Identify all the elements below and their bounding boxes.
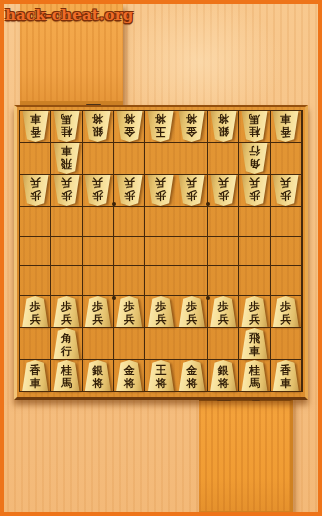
board-cell[interactable] [51, 207, 82, 237]
board-cell[interactable] [177, 237, 208, 267]
board-cell[interactable]: 歩兵 [51, 296, 82, 328]
board-cell[interactable]: 歩兵 [208, 175, 239, 207]
piece-gold-general[interactable]: 金将 [116, 111, 143, 142]
board-cell[interactable] [271, 143, 302, 175]
board-cell[interactable]: 歩兵 [145, 175, 176, 207]
board-cell[interactable]: 金将 [177, 111, 208, 143]
piece-pawn[interactable]: 歩兵 [53, 175, 80, 206]
piece-rook[interactable]: 飛車 [53, 143, 80, 174]
board-cell[interactable] [271, 237, 302, 267]
piece-silver-general[interactable]: 銀将 [210, 111, 237, 142]
board-cell[interactable]: 香車 [20, 360, 51, 391]
piece-knight[interactable]: 桂馬 [53, 360, 80, 391]
board-cell[interactable]: 香車 [20, 111, 51, 143]
piece-silver-general[interactable]: 銀将 [84, 111, 111, 142]
board-cell[interactable]: 歩兵 [177, 175, 208, 207]
board-cell[interactable] [20, 237, 51, 267]
board-cell[interactable] [20, 266, 51, 296]
board-cell[interactable]: 玉将 [145, 111, 176, 143]
board-cell[interactable] [145, 266, 176, 296]
board-cell[interactable]: 飛車 [239, 328, 270, 360]
board-cell[interactable]: 桂馬 [51, 360, 82, 391]
board-cell[interactable]: 歩兵 [114, 296, 145, 328]
piece-pawn[interactable]: 歩兵 [84, 175, 111, 206]
board-cell[interactable] [145, 207, 176, 237]
board-cell[interactable]: 王将 [145, 360, 176, 391]
board-cell[interactable]: 香車 [271, 360, 302, 391]
board-cell[interactable]: 歩兵 [20, 175, 51, 207]
piece-lance[interactable]: 香車 [272, 360, 299, 391]
piece-pawn[interactable]: 歩兵 [210, 175, 237, 206]
board-cell[interactable]: 金将 [114, 111, 145, 143]
board-cell[interactable]: 歩兵 [145, 296, 176, 328]
board-cell[interactable]: 角行 [239, 143, 270, 175]
board-cell[interactable]: 歩兵 [177, 296, 208, 328]
board-cell[interactable] [114, 328, 145, 360]
piece-bishop[interactable]: 角行 [53, 328, 80, 359]
board-cell[interactable] [177, 207, 208, 237]
board-cell[interactable] [208, 207, 239, 237]
board-cell[interactable]: 飛車 [51, 143, 82, 175]
board-cell[interactable]: 歩兵 [271, 175, 302, 207]
board-cell[interactable] [271, 207, 302, 237]
watermark: hack-cheat.org [5, 6, 133, 24]
board-cell[interactable]: 歩兵 [83, 296, 114, 328]
piece-knight[interactable]: 桂馬 [53, 111, 80, 142]
piece-bishop[interactable]: 角行 [241, 143, 268, 174]
board-cell[interactable]: 香車 [271, 111, 302, 143]
board-cell[interactable]: 歩兵 [239, 175, 270, 207]
board-cell[interactable] [83, 143, 114, 175]
piece-pawn[interactable]: 歩兵 [178, 296, 205, 327]
board-cell[interactable] [208, 143, 239, 175]
shogi-app-screen: hack-cheat.org 香車桂馬銀将金将玉将金将銀将桂馬香車飛車角行歩兵歩… [0, 0, 322, 516]
piece-pawn[interactable]: 歩兵 [241, 175, 268, 206]
board-cell[interactable]: 銀将 [208, 111, 239, 143]
board-cell[interactable]: 桂馬 [239, 111, 270, 143]
piece-pawn[interactable]: 歩兵 [116, 175, 143, 206]
piece-pawn[interactable]: 歩兵 [84, 296, 111, 327]
board-cell[interactable] [83, 266, 114, 296]
board-cell[interactable] [83, 237, 114, 267]
piece-pawn[interactable]: 歩兵 [241, 296, 268, 327]
board-cell[interactable]: 歩兵 [83, 175, 114, 207]
board-cell[interactable] [239, 207, 270, 237]
board-cell[interactable] [51, 237, 82, 267]
board-cell[interactable]: 歩兵 [271, 296, 302, 328]
shogi-board: 香車桂馬銀将金将玉将金将銀将桂馬香車飛車角行歩兵歩兵歩兵歩兵歩兵歩兵歩兵歩兵歩兵… [14, 105, 308, 400]
board-cell[interactable] [239, 237, 270, 267]
piece-lance[interactable]: 香車 [22, 360, 49, 391]
board-cell[interactable]: 金将 [177, 360, 208, 391]
piece-pawn[interactable]: 歩兵 [22, 175, 49, 206]
board-cell[interactable]: 歩兵 [114, 175, 145, 207]
board-cell[interactable]: 桂馬 [239, 360, 270, 391]
board-cell[interactable] [20, 143, 51, 175]
piece-pawn[interactable]: 歩兵 [178, 175, 205, 206]
piece-knight[interactable]: 桂馬 [241, 111, 268, 142]
board-cell[interactable]: 桂馬 [51, 111, 82, 143]
piece-lance[interactable]: 香車 [272, 111, 299, 142]
piece-pawn[interactable]: 歩兵 [116, 296, 143, 327]
piece-rook[interactable]: 飛車 [241, 328, 268, 359]
piece-pawn[interactable]: 歩兵 [53, 296, 80, 327]
board-cell[interactable]: 銀将 [83, 111, 114, 143]
piece-pawn[interactable]: 歩兵 [22, 296, 49, 327]
board-cell[interactable] [114, 266, 145, 296]
piece-king[interactable]: 玉将 [147, 111, 174, 142]
board-cell[interactable] [114, 237, 145, 267]
board-cell[interactable] [239, 266, 270, 296]
piece-gold-general[interactable]: 金将 [178, 360, 205, 391]
board-cell[interactable] [208, 237, 239, 267]
board-cell[interactable] [271, 266, 302, 296]
board-cell[interactable] [208, 328, 239, 360]
board-cell[interactable] [51, 266, 82, 296]
board-cell[interactable] [145, 237, 176, 267]
piece-silver-general[interactable]: 銀将 [210, 360, 237, 391]
board-cell[interactable] [177, 143, 208, 175]
board-cell[interactable] [177, 328, 208, 360]
board-cell[interactable]: 銀将 [83, 360, 114, 391]
piece-pawn[interactable]: 歩兵 [147, 175, 174, 206]
board-cell[interactable] [145, 143, 176, 175]
board-grid: 香車桂馬銀将金将玉将金将銀将桂馬香車飛車角行歩兵歩兵歩兵歩兵歩兵歩兵歩兵歩兵歩兵… [19, 110, 303, 392]
board-cell[interactable] [208, 266, 239, 296]
piece-pawn[interactable]: 歩兵 [272, 175, 299, 206]
board-cell[interactable] [20, 207, 51, 237]
piece-king[interactable]: 王将 [147, 360, 174, 391]
board-cell[interactable]: 銀将 [208, 360, 239, 391]
sente-piece-stand[interactable] [199, 400, 293, 515]
board-cell[interactable]: 歩兵 [51, 175, 82, 207]
piece-knight[interactable]: 桂馬 [241, 360, 268, 391]
piece-lance[interactable]: 香車 [22, 111, 49, 142]
board-cell[interactable] [83, 207, 114, 237]
board-cell[interactable] [114, 143, 145, 175]
piece-silver-general[interactable]: 銀将 [84, 360, 111, 391]
piece-pawn[interactable]: 歩兵 [210, 296, 237, 327]
board-cell[interactable] [20, 328, 51, 360]
piece-gold-general[interactable]: 金将 [116, 360, 143, 391]
board-cell[interactable]: 角行 [51, 328, 82, 360]
board-cell[interactable]: 歩兵 [208, 296, 239, 328]
board-cell[interactable] [114, 207, 145, 237]
piece-pawn[interactable]: 歩兵 [147, 296, 174, 327]
board-cell[interactable] [145, 328, 176, 360]
board-cell[interactable]: 金将 [114, 360, 145, 391]
board-cell[interactable] [271, 328, 302, 360]
board-cell[interactable]: 歩兵 [239, 296, 270, 328]
board-cell[interactable] [177, 266, 208, 296]
board-cell[interactable]: 歩兵 [20, 296, 51, 328]
board-cell[interactable] [83, 328, 114, 360]
piece-pawn[interactable]: 歩兵 [272, 296, 299, 327]
piece-gold-general[interactable]: 金将 [178, 111, 205, 142]
